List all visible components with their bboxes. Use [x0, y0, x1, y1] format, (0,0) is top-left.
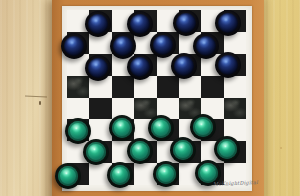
green-gem-face — [193, 117, 213, 137]
green-gem-face — [58, 166, 78, 186]
square-r4c6[interactable] — [179, 76, 201, 98]
photo-canvas: McKnightDigital — [0, 0, 300, 196]
green-gem-face — [68, 121, 88, 141]
dark-gem-face — [153, 35, 173, 55]
green-gem-face — [86, 142, 106, 162]
checker-piece-green[interactable] — [148, 115, 174, 141]
desk-speck — [280, 147, 282, 149]
checker-piece-green[interactable] — [83, 139, 109, 165]
checker-piece-green[interactable] — [214, 136, 240, 162]
dark-gem-face — [113, 36, 133, 56]
square-r4c5[interactable] — [157, 76, 179, 98]
dark-gem-face — [174, 56, 194, 76]
green-gem-face — [151, 118, 171, 138]
checker-piece-dark[interactable] — [171, 53, 197, 79]
green-gem-face — [156, 164, 176, 184]
dark-gem-face — [64, 36, 84, 56]
dark-gem-face — [130, 57, 150, 77]
dark-gem-face — [218, 55, 238, 75]
square-r4c1[interactable] — [67, 76, 89, 98]
checker-piece-dark[interactable] — [173, 10, 199, 36]
green-gem-face — [130, 141, 150, 161]
checker-piece-dark[interactable] — [110, 33, 136, 59]
dark-gem-face — [218, 13, 238, 33]
green-gem-face — [112, 118, 132, 138]
checker-piece-dark[interactable] — [61, 33, 87, 59]
square-r5c2[interactable] — [89, 98, 111, 120]
desk-speck — [39, 101, 41, 105]
checker-piece-green[interactable] — [107, 162, 133, 188]
checker-piece-green[interactable] — [153, 161, 179, 187]
dark-gem-face — [176, 13, 196, 33]
checker-piece-dark[interactable] — [215, 52, 241, 78]
dark-gem-face — [88, 58, 108, 78]
watermark-signature: McKnightDigital — [213, 179, 249, 186]
square-r4c7[interactable] — [201, 76, 223, 98]
checker-piece-dark[interactable] — [85, 55, 111, 81]
green-gem-face — [217, 139, 237, 159]
square-r5c8[interactable] — [224, 98, 246, 120]
checker-piece-dark[interactable] — [215, 10, 241, 36]
checker-piece-dark[interactable] — [150, 32, 176, 58]
checker-piece-dark[interactable] — [85, 11, 111, 37]
dark-gem-face — [88, 14, 108, 34]
dark-gem-face — [130, 14, 150, 34]
square-r5c1[interactable] — [67, 98, 89, 120]
green-gem-face — [173, 140, 193, 160]
checker-piece-dark[interactable] — [127, 54, 153, 80]
square-r4c3[interactable] — [112, 76, 134, 98]
dark-gem-face — [196, 36, 216, 56]
square-r4c8[interactable] — [224, 76, 246, 98]
green-gem-face — [110, 165, 130, 185]
